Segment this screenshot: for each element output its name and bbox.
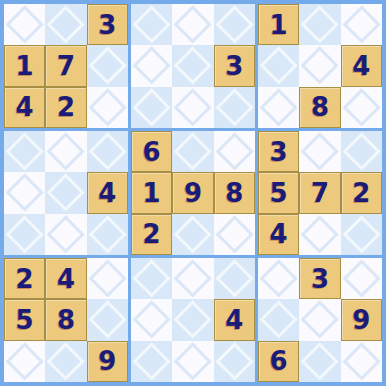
cell-r3c5[interactable] [172, 87, 213, 128]
cell-r5c1[interactable] [4, 172, 45, 213]
diamond-icon [88, 215, 127, 254]
diamond-icon [215, 88, 254, 127]
box-r0c1: 3 [131, 4, 255, 128]
cell-r9c4[interactable] [131, 341, 172, 382]
diamond-icon [174, 47, 213, 86]
cell-r9c5[interactable] [172, 341, 213, 382]
given-digit: 4 [16, 94, 34, 120]
cell-r9c9[interactable] [341, 341, 382, 382]
cell-r5c7: 5 [258, 172, 299, 213]
cell-r1c6[interactable] [214, 4, 255, 45]
diamond-icon [47, 132, 86, 171]
cell-r2c5[interactable] [172, 45, 213, 86]
cell-r1c2[interactable] [45, 4, 86, 45]
diamond-icon [47, 215, 86, 254]
diamond-icon [88, 301, 127, 340]
given-digit: 8 [311, 94, 329, 120]
diamond-icon [301, 5, 340, 44]
cell-r4c4: 6 [131, 131, 172, 172]
diamond-icon [259, 301, 298, 340]
cell-r1c1[interactable] [4, 4, 45, 45]
cell-r7c5[interactable] [172, 258, 213, 299]
diamond-icon [5, 132, 44, 171]
cell-r3c7[interactable] [258, 87, 299, 128]
given-digit: 2 [143, 221, 161, 247]
given-digit: 4 [352, 53, 370, 79]
cell-r5c9: 2 [341, 172, 382, 213]
given-digit: 4 [57, 266, 75, 292]
cell-r2c9: 4 [341, 45, 382, 86]
diamond-icon [301, 301, 340, 340]
diamond-icon [132, 5, 171, 44]
diamond-icon [132, 342, 171, 381]
cell-r6c8[interactable] [299, 214, 340, 255]
given-digit: 2 [352, 180, 370, 206]
cell-r2c2: 7 [45, 45, 86, 86]
given-digit: 4 [270, 221, 288, 247]
cell-r3c4[interactable] [131, 87, 172, 128]
given-digit: 9 [98, 348, 116, 374]
cell-r7c9[interactable] [341, 258, 382, 299]
cell-r6c3[interactable] [87, 214, 128, 255]
diamond-icon [132, 47, 171, 86]
cell-r7c2: 4 [45, 258, 86, 299]
cell-r4c1[interactable] [4, 131, 45, 172]
cell-r3c3[interactable] [87, 87, 128, 128]
cell-r9c8[interactable] [299, 341, 340, 382]
cell-r4c3[interactable] [87, 131, 128, 172]
cell-r2c4[interactable] [131, 45, 172, 86]
diamond-icon [342, 88, 381, 127]
cell-r1c8[interactable] [299, 4, 340, 45]
given-digit: 9 [352, 307, 370, 333]
cell-r7c8: 3 [299, 258, 340, 299]
cell-r7c1: 2 [4, 258, 45, 299]
diamond-icon [342, 215, 381, 254]
cell-r1c9[interactable] [341, 4, 382, 45]
cell-r1c7: 1 [258, 4, 299, 45]
given-digit: 2 [16, 266, 34, 292]
diamond-icon [47, 174, 86, 213]
cell-r2c8[interactable] [299, 45, 340, 86]
diamond-icon [215, 5, 254, 44]
diamond-icon [88, 132, 127, 171]
cell-r9c6[interactable] [214, 341, 255, 382]
diamond-icon [132, 259, 171, 298]
cell-r8c4[interactable] [131, 299, 172, 340]
diamond-icon [174, 215, 213, 254]
diamond-icon [88, 259, 127, 298]
given-digit: 3 [98, 12, 116, 38]
cell-r5c4: 1 [131, 172, 172, 213]
cell-r4c2[interactable] [45, 131, 86, 172]
diamond-icon [301, 342, 340, 381]
given-digit: 4 [98, 180, 116, 206]
diamond-icon [301, 215, 340, 254]
box-r1c1: 61982 [131, 131, 255, 255]
diamond-icon [5, 5, 44, 44]
given-digit: 6 [143, 139, 161, 165]
given-digit: 1 [16, 53, 34, 79]
diamond-icon [259, 259, 298, 298]
cell-r2c3[interactable] [87, 45, 128, 86]
given-digit: 3 [311, 266, 329, 292]
diamond-icon [259, 47, 298, 86]
diamond-icon [215, 342, 254, 381]
given-digit: 8 [57, 307, 75, 333]
given-digit: 5 [270, 180, 288, 206]
cell-r1c3: 3 [87, 4, 128, 45]
cell-r5c3: 4 [87, 172, 128, 213]
diamond-icon [301, 132, 340, 171]
cell-r7c3[interactable] [87, 258, 128, 299]
given-digit: 4 [225, 307, 243, 333]
cell-r9c7: 6 [258, 341, 299, 382]
diamond-icon [88, 88, 127, 127]
diamond-icon [47, 5, 86, 44]
cell-r7c4[interactable] [131, 258, 172, 299]
given-digit: 9 [184, 180, 202, 206]
diamond-icon [5, 342, 44, 381]
cell-r9c2[interactable] [45, 341, 86, 382]
diamond-icon [174, 259, 213, 298]
cell-r4c8[interactable] [299, 131, 340, 172]
cell-r4c5[interactable] [172, 131, 213, 172]
cell-r4c7: 3 [258, 131, 299, 172]
cell-r9c1[interactable] [4, 341, 45, 382]
cell-r3c2: 2 [45, 87, 86, 128]
diamond-icon [342, 259, 381, 298]
cell-r9c3: 9 [87, 341, 128, 382]
given-digit: 3 [225, 53, 243, 79]
cell-r3c9[interactable] [341, 87, 382, 128]
cell-r6c6[interactable] [214, 214, 255, 255]
cell-r6c2[interactable] [45, 214, 86, 255]
cell-r7c6[interactable] [214, 258, 255, 299]
cell-r5c6: 8 [214, 172, 255, 213]
cell-r8c3[interactable] [87, 299, 128, 340]
cell-r8c9: 9 [341, 299, 382, 340]
cell-r3c8: 8 [299, 87, 340, 128]
cell-r4c6[interactable] [214, 131, 255, 172]
diamond-icon [174, 88, 213, 127]
given-digit: 3 [270, 139, 288, 165]
cell-r3c1: 4 [4, 87, 45, 128]
box-r1c2: 35724 [258, 131, 382, 255]
diamond-icon [215, 215, 254, 254]
cell-r6c9[interactable] [341, 214, 382, 255]
diamond-icon [47, 342, 86, 381]
diamond-icon [215, 259, 254, 298]
cell-r5c8: 7 [299, 172, 340, 213]
cell-r8c2: 8 [45, 299, 86, 340]
diamond-icon [132, 88, 171, 127]
diamond-icon [132, 301, 171, 340]
box-r2c1: 4 [131, 258, 255, 382]
cell-r8c6: 4 [214, 299, 255, 340]
box-r1c0: 4 [4, 131, 128, 255]
diamond-icon [174, 301, 213, 340]
cell-r6c1[interactable] [4, 214, 45, 255]
cell-r2c6: 3 [214, 45, 255, 86]
diamond-icon [174, 342, 213, 381]
given-digit: 1 [143, 180, 161, 206]
diamond-icon [342, 342, 381, 381]
given-digit: 7 [57, 53, 75, 79]
cell-r1c4[interactable] [131, 4, 172, 45]
cell-r6c7: 4 [258, 214, 299, 255]
diamond-icon [88, 47, 127, 86]
cell-r5c2[interactable] [45, 172, 86, 213]
diamond-icon [215, 132, 254, 171]
diamond-icon [5, 174, 44, 213]
cell-r1c5[interactable] [172, 4, 213, 45]
cell-r5c5: 9 [172, 172, 213, 213]
cell-r6c4: 2 [131, 214, 172, 255]
diamond-icon [342, 132, 381, 171]
given-digit: 6 [270, 348, 288, 374]
cell-r7c7[interactable] [258, 258, 299, 299]
cell-r8c8[interactable] [299, 299, 340, 340]
cell-r4c9[interactable] [341, 131, 382, 172]
diamond-icon [259, 88, 298, 127]
diamond-icon [301, 47, 340, 86]
cell-r8c1: 5 [4, 299, 45, 340]
cell-r6c5[interactable] [172, 214, 213, 255]
diamond-icon [174, 5, 213, 44]
sudoku-board: 31742314846198235724245894396 [0, 0, 386, 386]
diamond-icon [342, 5, 381, 44]
given-digit: 8 [225, 180, 243, 206]
cell-r3c6[interactable] [214, 87, 255, 128]
diamond-icon [174, 132, 213, 171]
given-digit: 1 [270, 12, 288, 38]
box-r2c0: 24589 [4, 258, 128, 382]
box-r0c2: 148 [258, 4, 382, 128]
given-digit: 2 [57, 94, 75, 120]
given-digit: 5 [16, 307, 34, 333]
diamond-icon [5, 215, 44, 254]
given-digit: 7 [311, 180, 329, 206]
cell-r8c7[interactable] [258, 299, 299, 340]
cell-r8c5[interactable] [172, 299, 213, 340]
cell-r2c1: 1 [4, 45, 45, 86]
cell-r2c7[interactable] [258, 45, 299, 86]
box-r2c2: 396 [258, 258, 382, 382]
box-r0c0: 31742 [4, 4, 128, 128]
